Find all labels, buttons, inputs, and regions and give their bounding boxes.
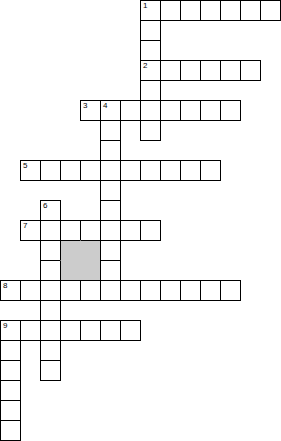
cell-r11c3[interactable] [60,220,81,241]
cell-r14c5[interactable] [100,280,121,301]
cell-r7c5[interactable] [100,140,121,161]
cell-r3c8[interactable] [160,60,181,81]
cell-r16c3[interactable] [60,320,81,341]
cell-r1c7[interactable] [140,20,161,41]
cell-r8c10[interactable] [200,160,221,181]
clue-number-3: 3 [83,101,87,111]
cell-r16c6[interactable] [120,320,141,341]
cell-r0c9[interactable] [180,0,201,21]
cell-r11c5[interactable] [100,220,121,241]
cell-r18c0[interactable] [0,360,21,381]
cell-r11c2[interactable] [40,220,61,241]
cell-r12c5[interactable] [100,240,121,261]
cell-r8c3[interactable] [60,160,81,181]
cell-r13c2[interactable] [40,260,61,281]
crossword-board: 123456789 [0,0,281,441]
cell-r5c5[interactable]: 4 [100,100,121,121]
cell-r14c0[interactable]: 8 [0,280,21,301]
cell-r14c8[interactable] [160,280,181,301]
cell-r11c6[interactable] [120,220,141,241]
cell-r0c7[interactable]: 1 [140,0,161,21]
cell-r8c1[interactable]: 5 [20,160,41,181]
cell-r16c0[interactable]: 9 [0,320,21,341]
clue-number-9: 9 [3,321,7,331]
cell-r14c3[interactable] [60,280,81,301]
cell-r11c7[interactable] [140,220,161,241]
cell-r0c10[interactable] [200,0,221,21]
clue-number-4: 4 [103,101,107,111]
cell-r8c9[interactable] [180,160,201,181]
cell-r21c0[interactable] [0,420,21,441]
cell-r11c1[interactable]: 7 [20,220,41,241]
cell-r6c7[interactable] [140,120,161,141]
clue-number-7: 7 [23,221,27,231]
cell-r10c5[interactable] [100,200,121,221]
cell-r16c4[interactable] [80,320,101,341]
cell-r8c8[interactable] [160,160,181,181]
cell-r8c4[interactable] [80,160,101,181]
cell-r10c2[interactable]: 6 [40,200,61,221]
block-cell-r12c3 [60,240,81,261]
clue-number-1: 1 [143,1,147,11]
cell-r14c9[interactable] [180,280,201,301]
cell-r16c5[interactable] [100,320,121,341]
cell-r3c9[interactable] [180,60,201,81]
cell-r3c7[interactable]: 2 [140,60,161,81]
cell-r16c1[interactable] [20,320,41,341]
cell-r0c8[interactable] [160,0,181,21]
cell-r14c11[interactable] [220,280,241,301]
block-cell-r13c4 [80,260,101,281]
cell-r17c2[interactable] [40,340,61,361]
cell-r14c2[interactable] [40,280,61,301]
cell-r8c2[interactable] [40,160,61,181]
cell-r13c5[interactable] [100,260,121,281]
cell-r0c12[interactable] [240,0,261,21]
cell-r5c11[interactable] [220,100,241,121]
cell-r2c7[interactable] [140,40,161,61]
cell-r11c4[interactable] [80,220,101,241]
cell-r3c11[interactable] [220,60,241,81]
cell-r8c7[interactable] [140,160,161,181]
cell-r5c6[interactable] [120,100,141,121]
cell-r15c2[interactable] [40,300,61,321]
cell-r5c8[interactable] [160,100,181,121]
cell-r16c2[interactable] [40,320,61,341]
clue-number-2: 2 [143,61,147,71]
block-cell-r13c3 [60,260,81,281]
cell-r0c13[interactable] [260,0,281,21]
cell-r6c5[interactable] [100,120,121,141]
cell-r14c7[interactable] [140,280,161,301]
block-cell-r12c4 [80,240,101,261]
cell-r8c6[interactable] [120,160,141,181]
cell-r12c2[interactable] [40,240,61,261]
cell-r5c7[interactable] [140,100,161,121]
cell-r5c4[interactable]: 3 [80,100,101,121]
cell-r8c5[interactable] [100,160,121,181]
cell-r3c10[interactable] [200,60,221,81]
cell-r17c0[interactable] [0,340,21,361]
cell-r9c5[interactable] [100,180,121,201]
cell-r18c2[interactable] [40,360,61,381]
cell-r5c9[interactable] [180,100,201,121]
cell-r14c10[interactable] [200,280,221,301]
clue-number-6: 6 [43,201,47,211]
cell-r14c6[interactable] [120,280,141,301]
clue-number-5: 5 [23,161,27,171]
cell-r4c7[interactable] [140,80,161,101]
cell-r19c0[interactable] [0,380,21,401]
cell-r0c11[interactable] [220,0,241,21]
cell-r20c0[interactable] [0,400,21,421]
clue-number-8: 8 [3,281,7,291]
cell-r14c4[interactable] [80,280,101,301]
cell-r14c1[interactable] [20,280,41,301]
cell-r5c10[interactable] [200,100,221,121]
cell-r3c12[interactable] [240,60,261,81]
